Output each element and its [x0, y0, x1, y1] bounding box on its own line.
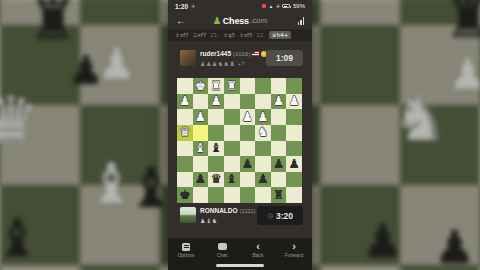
white-king[interactable]: ♚: [195, 80, 206, 93]
square-b1[interactable]: [271, 78, 287, 94]
square-d8[interactable]: [240, 187, 256, 203]
square-a6[interactable]: ♟: [286, 156, 302, 172]
bottom-player-name[interactable]: RONNALDO: [200, 207, 238, 214]
square-e5[interactable]: [224, 141, 240, 157]
black-rook[interactable]: ♜: [273, 189, 284, 202]
chevron-left-icon: ‹: [256, 242, 260, 251]
square-b7[interactable]: [271, 172, 287, 188]
square-e4[interactable]: [224, 125, 240, 141]
chess-app-window: 1:20 ✛ ◌ ▲ ✛ 59% ← ♟ Chess .com ♗: [168, 0, 312, 270]
connection-bars-icon[interactable]: [298, 17, 305, 25]
square-f1[interactable]: ♜: [208, 78, 224, 94]
nav-chat-button[interactable]: Chat: [204, 240, 240, 260]
square-h2[interactable]: ♟: [177, 94, 193, 110]
white-rook[interactable]: ♜: [210, 80, 221, 93]
logo-suffix: .com: [250, 16, 267, 25]
square-g1[interactable]: ♚: [193, 78, 209, 94]
black-queen[interactable]: ♛: [210, 173, 221, 186]
move-list-strip: ♗xf7♖xf721.♗g5♗xf522.♕h4+: [168, 29, 312, 41]
top-player-captured-pieces: ♟♟♟♞♞♜ +7: [200, 60, 245, 67]
white-pawn[interactable]: ♟: [257, 111, 268, 124]
square-f2[interactable]: ♟: [208, 94, 224, 110]
screenshot-stage: ♜♟♟♛♝♝♞♜♟♟♟♝ 1:20 ✛ ◌ ▲ ✛ 59% ← ♟ Chess: [0, 0, 480, 270]
move-token[interactable]: 21.: [210, 32, 219, 38]
square-f7[interactable]: ♛: [208, 172, 224, 188]
black-pawn[interactable]: ♟: [195, 173, 206, 186]
move-token[interactable]: ♗xf5: [239, 32, 253, 38]
square-a5[interactable]: [286, 141, 302, 157]
square-e7[interactable]: ♝: [224, 172, 240, 188]
battery-percent: 59%: [293, 3, 305, 9]
black-pawn[interactable]: ♟: [257, 173, 268, 186]
chesscom-logo: ♟ Chess .com: [213, 16, 267, 26]
chevron-right-icon: ›: [292, 242, 296, 251]
square-f3[interactable]: [208, 109, 224, 125]
home-indicator[interactable]: [216, 264, 264, 267]
square-g7[interactable]: ♟: [193, 172, 209, 188]
status-time: 1:20: [175, 3, 188, 10]
square-e3[interactable]: [224, 109, 240, 125]
us-flag-icon: [252, 51, 259, 56]
square-a4[interactable]: [286, 125, 302, 141]
square-c3[interactable]: ♟: [255, 109, 271, 125]
move-token[interactable]: 22.: [257, 32, 266, 38]
square-h8[interactable]: ♚: [177, 187, 193, 203]
logo-pawn-icon: ♟: [213, 16, 222, 26]
black-pawn[interactable]: ♟: [289, 158, 300, 171]
square-g5[interactable]: ♝: [193, 141, 209, 157]
square-g8[interactable]: [193, 187, 209, 203]
bottom-player-row: RONNALDO (1111) ▪ ♟♝♞ ◷ 3:20: [168, 205, 312, 231]
square-b6[interactable]: ♟: [271, 156, 287, 172]
square-d3[interactable]: ♟: [240, 109, 256, 125]
square-c2[interactable]: [255, 94, 271, 110]
square-f5[interactable]: ♝: [208, 141, 224, 157]
status-plus-icon: ✛: [191, 3, 195, 9]
nav-back-button[interactable]: ‹ Back: [240, 240, 276, 260]
square-f6[interactable]: [208, 156, 224, 172]
white-rook[interactable]: ♜: [226, 80, 237, 93]
square-h1[interactable]: [177, 78, 193, 94]
black-pawn[interactable]: ♟: [273, 158, 284, 171]
square-g3[interactable]: ♟: [193, 109, 209, 125]
square-h4[interactable]: ♛: [177, 125, 193, 141]
square-e8[interactable]: [224, 187, 240, 203]
square-d5[interactable]: [240, 141, 256, 157]
square-h6[interactable]: [177, 156, 193, 172]
square-c5[interactable]: [255, 141, 271, 157]
top-player-avatar[interactable]: [180, 50, 196, 66]
white-pawn[interactable]: ♟: [273, 95, 284, 108]
battery-icon: [282, 4, 290, 8]
top-player-rating: (1016): [233, 51, 250, 57]
white-pawn[interactable]: ♟: [179, 95, 190, 108]
square-e1[interactable]: ♜: [224, 78, 240, 94]
square-e6[interactable]: [224, 156, 240, 172]
square-b3[interactable]: [271, 109, 287, 125]
back-arrow-button[interactable]: ←: [176, 16, 186, 26]
square-d4[interactable]: [240, 125, 256, 141]
square-c8[interactable]: [255, 187, 271, 203]
chess-board: ♚♜♜♟♟♟♟♟♟♟♛♞♝♝♟♟♟♟♛♝♟♚♜: [177, 78, 302, 203]
square-d6[interactable]: ♟: [240, 156, 256, 172]
white-pawn[interactable]: ♟: [210, 95, 221, 108]
square-f4[interactable]: [208, 125, 224, 141]
bottom-player-captured-pieces: ♟♝♞: [200, 217, 218, 224]
chat-icon: [218, 243, 227, 250]
material-advantage: +7: [238, 61, 245, 67]
square-a3[interactable]: [286, 109, 302, 125]
cellular-signal-icon: ▲: [269, 4, 273, 9]
move-token[interactable]: ♗xf7: [175, 32, 189, 38]
square-g2[interactable]: [193, 94, 209, 110]
white-pawn[interactable]: ♟: [195, 111, 206, 124]
square-b8[interactable]: ♜: [271, 187, 287, 203]
white-queen[interactable]: ♛: [179, 126, 190, 139]
square-c4[interactable]: ♞: [255, 125, 271, 141]
options-icon: [182, 243, 190, 251]
square-h5[interactable]: [177, 141, 193, 157]
top-player-row: ruder1445 (1016) ♟♟♟♞♞♜ +7 1:09: [168, 48, 312, 74]
status-bar: 1:20 ✛ ◌ ▲ ✛ 59%: [168, 0, 312, 12]
white-knight[interactable]: ♞: [257, 126, 268, 139]
nav-forward-button[interactable]: › Forward: [276, 240, 312, 260]
square-c1[interactable]: [255, 78, 271, 94]
square-g6[interactable]: [193, 156, 209, 172]
bottom-player-rating: (1111): [240, 208, 256, 214]
square-a7[interactable]: [286, 172, 302, 188]
status-plus2-icon: ✛: [276, 3, 280, 9]
app-header: ← ♟ Chess .com: [168, 12, 312, 29]
square-h3[interactable]: [177, 109, 193, 125]
square-a8[interactable]: [286, 187, 302, 203]
square-d2[interactable]: [240, 94, 256, 110]
black-pawn[interactable]: ♟: [242, 158, 253, 171]
black-king[interactable]: ♚: [179, 189, 190, 202]
recording-dot-icon: [262, 4, 266, 8]
black-bishop[interactable]: ♝: [210, 142, 221, 155]
bottom-player-clock: ◷ 3:20: [257, 206, 303, 225]
square-a1[interactable]: [286, 78, 302, 94]
clock-icon: ◷: [267, 212, 273, 220]
move-token[interactable]: ♗g5: [223, 32, 235, 38]
logo-text: Chess: [223, 16, 249, 26]
square-b4[interactable]: [271, 125, 287, 141]
white-pawn[interactable]: ♟: [242, 111, 253, 124]
square-c6[interactable]: [255, 156, 271, 172]
white-bishop[interactable]: ♝: [195, 142, 206, 155]
square-f8[interactable]: [208, 187, 224, 203]
square-e2[interactable]: [224, 94, 240, 110]
square-b2[interactable]: ♟: [271, 94, 287, 110]
bottom-nav-bar: Options Chat ‹ Back › Forward: [168, 238, 312, 270]
move-token[interactable]: ♕h4+: [269, 31, 291, 39]
nav-options-button[interactable]: Options: [168, 240, 204, 260]
square-g4[interactable]: [193, 125, 209, 141]
white-pawn[interactable]: ♟: [289, 95, 300, 108]
bottom-player-avatar[interactable]: [180, 207, 196, 223]
top-player-name[interactable]: ruder1445: [200, 50, 231, 57]
square-d7[interactable]: [240, 172, 256, 188]
black-bishop[interactable]: ♝: [226, 173, 237, 186]
status-circle-icon: ◌: [198, 3, 201, 9]
square-c7[interactable]: ♟: [255, 172, 271, 188]
top-player-clock: 1:09: [266, 50, 303, 66]
square-b5[interactable]: [271, 141, 287, 157]
square-d1[interactable]: [240, 78, 256, 94]
square-h7[interactable]: [177, 172, 193, 188]
move-token[interactable]: ♖xf7: [193, 32, 207, 38]
square-a2[interactable]: ♟: [286, 94, 302, 110]
